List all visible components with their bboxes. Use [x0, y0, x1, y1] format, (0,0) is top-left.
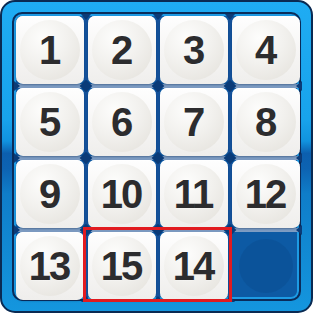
- board-edge-notch: [225, 296, 235, 302]
- board-edge-notch: [296, 81, 302, 91]
- tile-4[interactable]: 4: [232, 16, 300, 84]
- puzzle-frame: 123456789101112131514: [0, 0, 313, 313]
- tile-number: 1: [39, 30, 59, 70]
- tile-1[interactable]: 1: [16, 16, 84, 84]
- board-edge-notch: [153, 296, 163, 302]
- board-edge-notch: [296, 153, 302, 163]
- tile-8[interactable]: 8: [232, 88, 300, 156]
- empty-space: [232, 232, 300, 300]
- tile-13[interactable]: 13: [16, 232, 84, 300]
- tile-number: 8: [255, 102, 275, 142]
- tile-number: 3: [183, 30, 203, 70]
- tile-number: 7: [183, 102, 203, 142]
- tile-disc: 7: [164, 92, 224, 152]
- tile-number: 2: [111, 30, 131, 70]
- tile-disc: 12: [236, 164, 296, 224]
- tile-number: 11: [174, 174, 212, 214]
- tile-15[interactable]: 15: [88, 232, 156, 300]
- tile-disc: 3: [164, 20, 224, 80]
- tile-disc: 15: [92, 236, 152, 296]
- tile-disc: 13: [20, 236, 80, 296]
- tile-6[interactable]: 6: [88, 88, 156, 156]
- tile-disc: 4: [236, 20, 296, 80]
- tile-5[interactable]: 5: [16, 88, 84, 156]
- board-edge-notch: [153, 14, 163, 20]
- tile-3[interactable]: 3: [160, 16, 228, 84]
- tile-14[interactable]: 14: [160, 232, 228, 300]
- tile-disc: 1: [20, 20, 80, 80]
- tile-number: 9: [39, 174, 59, 214]
- board-edge-notch: [296, 225, 302, 235]
- board-edge-notch: [225, 14, 235, 20]
- board-edge-notch: [81, 296, 91, 302]
- tile-12[interactable]: 12: [232, 160, 300, 228]
- board-edge-notch: [14, 225, 20, 235]
- tile-number: 13: [29, 246, 70, 286]
- board-edge-notch: [14, 153, 20, 163]
- tile-disc: 6: [92, 92, 152, 152]
- board-inner: 123456789101112131514: [16, 16, 297, 297]
- tile-disc: 10: [92, 164, 152, 224]
- tile-9[interactable]: 9: [16, 160, 84, 228]
- tile-2[interactable]: 2: [88, 16, 156, 84]
- tile-number: 5: [39, 102, 59, 142]
- tile-grid: 123456789101112131514: [16, 16, 300, 300]
- tile-7[interactable]: 7: [160, 88, 228, 156]
- tile-number: 15: [101, 246, 142, 286]
- tile-number: 12: [245, 174, 286, 214]
- tile-11[interactable]: 11: [160, 160, 228, 228]
- tile-disc: 14: [164, 236, 224, 296]
- tile-disc: 9: [20, 164, 80, 224]
- puzzle-board: 123456789101112131514: [12, 12, 301, 301]
- tile-disc: 11: [164, 164, 224, 224]
- board-edge-notch: [81, 14, 91, 20]
- tile-number: 6: [111, 102, 131, 142]
- tile-disc: 2: [92, 20, 152, 80]
- empty-space-recess: [239, 239, 293, 293]
- tile-number: 4: [255, 30, 275, 70]
- tile-10[interactable]: 10: [88, 160, 156, 228]
- tile-number: 14: [173, 246, 214, 286]
- tile-disc: 8: [236, 92, 296, 152]
- tile-number: 10: [101, 174, 142, 214]
- board-edge-notch: [14, 81, 20, 91]
- tile-disc: 5: [20, 92, 80, 152]
